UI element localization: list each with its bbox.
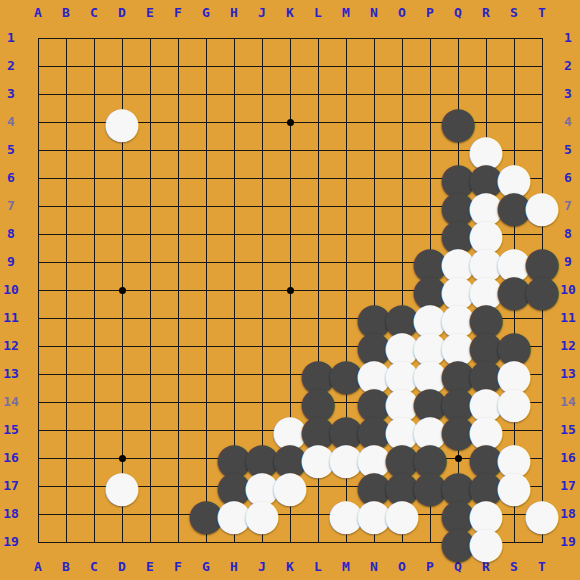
intersection-J3[interactable] — [248, 80, 276, 108]
intersection-H17[interactable]: ● — [220, 472, 248, 500]
intersection-S19[interactable] — [500, 528, 528, 556]
intersection-F13[interactable] — [164, 360, 192, 388]
intersection-G5[interactable] — [192, 136, 220, 164]
intersection-T12[interactable] — [528, 332, 556, 360]
intersection-H18[interactable]: ● — [220, 500, 248, 528]
intersection-F2[interactable] — [164, 52, 192, 80]
intersection-P11[interactable]: ● — [416, 304, 444, 332]
intersection-O5[interactable] — [388, 136, 416, 164]
intersection-C14[interactable] — [80, 388, 108, 416]
intersection-H5[interactable] — [220, 136, 248, 164]
intersection-M17[interactable] — [332, 472, 360, 500]
intersection-C8[interactable] — [80, 220, 108, 248]
intersection-B3[interactable] — [52, 80, 80, 108]
intersection-J12[interactable] — [248, 332, 276, 360]
intersection-R7[interactable]: ● — [472, 192, 500, 220]
intersection-O11[interactable]: ● — [388, 304, 416, 332]
intersection-P3[interactable] — [416, 80, 444, 108]
intersection-K12[interactable] — [276, 332, 304, 360]
intersection-A1[interactable] — [24, 24, 52, 52]
intersection-F5[interactable] — [164, 136, 192, 164]
intersection-L2[interactable] — [304, 52, 332, 80]
intersection-N19[interactable] — [360, 528, 388, 556]
intersection-A7[interactable] — [24, 192, 52, 220]
intersection-T18[interactable]: ● — [528, 500, 556, 528]
intersection-A15[interactable] — [24, 416, 52, 444]
intersection-N5[interactable] — [360, 136, 388, 164]
intersection-R16[interactable]: ● — [472, 444, 500, 472]
intersection-J6[interactable] — [248, 164, 276, 192]
intersection-J7[interactable] — [248, 192, 276, 220]
intersection-R19[interactable]: ● — [472, 528, 500, 556]
intersection-O16[interactable]: ● — [388, 444, 416, 472]
intersection-C16[interactable] — [80, 444, 108, 472]
intersection-N18[interactable]: ● — [360, 500, 388, 528]
intersection-S10[interactable]: ● — [500, 276, 528, 304]
intersection-L13[interactable]: ● — [304, 360, 332, 388]
intersection-D13[interactable] — [108, 360, 136, 388]
intersection-E6[interactable] — [136, 164, 164, 192]
intersection-Q6[interactable]: ● — [444, 164, 472, 192]
intersection-T11[interactable] — [528, 304, 556, 332]
intersection-H3[interactable] — [220, 80, 248, 108]
intersection-O9[interactable] — [388, 248, 416, 276]
intersection-J14[interactable] — [248, 388, 276, 416]
intersection-C15[interactable] — [80, 416, 108, 444]
intersection-M7[interactable] — [332, 192, 360, 220]
intersection-F14[interactable] — [164, 388, 192, 416]
intersection-G2[interactable] — [192, 52, 220, 80]
intersection-E14[interactable] — [136, 388, 164, 416]
intersection-F1[interactable] — [164, 24, 192, 52]
intersection-E8[interactable] — [136, 220, 164, 248]
intersection-M5[interactable] — [332, 136, 360, 164]
intersection-S14[interactable]: ● — [500, 388, 528, 416]
intersection-R13[interactable]: ● — [472, 360, 500, 388]
intersection-S8[interactable] — [500, 220, 528, 248]
intersection-N17[interactable]: ● — [360, 472, 388, 500]
intersection-J16[interactable]: ● — [248, 444, 276, 472]
intersection-T16[interactable] — [528, 444, 556, 472]
intersection-D15[interactable] — [108, 416, 136, 444]
intersection-K14[interactable] — [276, 388, 304, 416]
intersection-L16[interactable]: ● — [304, 444, 332, 472]
intersection-G7[interactable] — [192, 192, 220, 220]
intersection-D12[interactable] — [108, 332, 136, 360]
intersection-N16[interactable]: ● — [360, 444, 388, 472]
intersection-T4[interactable] — [528, 108, 556, 136]
intersection-J9[interactable] — [248, 248, 276, 276]
intersection-B18[interactable] — [52, 500, 80, 528]
intersection-O17[interactable]: ● — [388, 472, 416, 500]
intersection-Q12[interactable]: ● — [444, 332, 472, 360]
intersection-O6[interactable] — [388, 164, 416, 192]
intersection-H11[interactable] — [220, 304, 248, 332]
intersection-L1[interactable] — [304, 24, 332, 52]
intersection-T5[interactable] — [528, 136, 556, 164]
intersection-G1[interactable] — [192, 24, 220, 52]
intersection-B15[interactable] — [52, 416, 80, 444]
intersection-B17[interactable] — [52, 472, 80, 500]
intersection-M19[interactable] — [332, 528, 360, 556]
intersection-K4[interactable] — [276, 108, 304, 136]
intersection-M8[interactable] — [332, 220, 360, 248]
intersection-R15[interactable]: ● — [472, 416, 500, 444]
intersection-S16[interactable]: ● — [500, 444, 528, 472]
intersection-L8[interactable] — [304, 220, 332, 248]
intersection-P2[interactable] — [416, 52, 444, 80]
intersection-A3[interactable] — [24, 80, 52, 108]
intersection-L10[interactable] — [304, 276, 332, 304]
intersection-E18[interactable] — [136, 500, 164, 528]
intersection-T13[interactable] — [528, 360, 556, 388]
intersection-K1[interactable] — [276, 24, 304, 52]
intersection-C19[interactable] — [80, 528, 108, 556]
intersection-O2[interactable] — [388, 52, 416, 80]
intersection-L6[interactable] — [304, 164, 332, 192]
intersection-P5[interactable] — [416, 136, 444, 164]
intersection-N15[interactable]: ● — [360, 416, 388, 444]
intersection-N1[interactable] — [360, 24, 388, 52]
intersection-O14[interactable]: ● — [388, 388, 416, 416]
intersection-B8[interactable] — [52, 220, 80, 248]
intersection-F3[interactable] — [164, 80, 192, 108]
intersection-N4[interactable] — [360, 108, 388, 136]
intersection-G11[interactable] — [192, 304, 220, 332]
intersection-Q5[interactable] — [444, 136, 472, 164]
intersection-A4[interactable] — [24, 108, 52, 136]
intersection-O7[interactable] — [388, 192, 416, 220]
intersection-T17[interactable] — [528, 472, 556, 500]
intersection-G12[interactable] — [192, 332, 220, 360]
intersection-L17[interactable] — [304, 472, 332, 500]
intersection-S17[interactable]: ● — [500, 472, 528, 500]
intersection-G15[interactable] — [192, 416, 220, 444]
intersection-D9[interactable] — [108, 248, 136, 276]
intersection-F4[interactable] — [164, 108, 192, 136]
intersection-P10[interactable]: ● — [416, 276, 444, 304]
intersection-A18[interactable] — [24, 500, 52, 528]
intersection-J18[interactable]: ● — [248, 500, 276, 528]
intersection-T2[interactable] — [528, 52, 556, 80]
intersection-G10[interactable] — [192, 276, 220, 304]
intersection-S7[interactable]: ● — [500, 192, 528, 220]
intersection-H6[interactable] — [220, 164, 248, 192]
intersection-L15[interactable]: ● — [304, 416, 332, 444]
intersection-P6[interactable] — [416, 164, 444, 192]
intersection-A8[interactable] — [24, 220, 52, 248]
intersection-S13[interactable]: ● — [500, 360, 528, 388]
intersection-E2[interactable] — [136, 52, 164, 80]
intersection-K2[interactable] — [276, 52, 304, 80]
intersection-K7[interactable] — [276, 192, 304, 220]
intersection-E12[interactable] — [136, 332, 164, 360]
intersection-N2[interactable] — [360, 52, 388, 80]
intersection-D4[interactable]: ● — [108, 108, 136, 136]
intersection-B9[interactable] — [52, 248, 80, 276]
intersection-A9[interactable] — [24, 248, 52, 276]
intersection-M16[interactable]: ● — [332, 444, 360, 472]
intersection-J2[interactable] — [248, 52, 276, 80]
intersection-A2[interactable] — [24, 52, 52, 80]
intersection-S3[interactable] — [500, 80, 528, 108]
intersection-J8[interactable] — [248, 220, 276, 248]
intersection-R8[interactable]: ● — [472, 220, 500, 248]
intersection-A12[interactable] — [24, 332, 52, 360]
intersection-R10[interactable]: ● — [472, 276, 500, 304]
intersection-D10[interactable] — [108, 276, 136, 304]
intersection-Q3[interactable] — [444, 80, 472, 108]
intersection-T7[interactable]: ● — [528, 192, 556, 220]
intersection-F6[interactable] — [164, 164, 192, 192]
intersection-L18[interactable] — [304, 500, 332, 528]
intersection-C2[interactable] — [80, 52, 108, 80]
intersection-F16[interactable] — [164, 444, 192, 472]
intersection-Q10[interactable]: ● — [444, 276, 472, 304]
intersection-F8[interactable] — [164, 220, 192, 248]
intersection-H16[interactable]: ● — [220, 444, 248, 472]
intersection-O12[interactable]: ● — [388, 332, 416, 360]
intersection-E9[interactable] — [136, 248, 164, 276]
intersection-A14[interactable] — [24, 388, 52, 416]
intersection-H13[interactable] — [220, 360, 248, 388]
intersection-O15[interactable]: ● — [388, 416, 416, 444]
intersection-C12[interactable] — [80, 332, 108, 360]
intersection-H4[interactable] — [220, 108, 248, 136]
intersection-P8[interactable] — [416, 220, 444, 248]
intersection-N13[interactable]: ● — [360, 360, 388, 388]
intersection-D18[interactable] — [108, 500, 136, 528]
intersection-F18[interactable] — [164, 500, 192, 528]
intersection-R1[interactable] — [472, 24, 500, 52]
intersection-N12[interactable]: ● — [360, 332, 388, 360]
intersection-P18[interactable] — [416, 500, 444, 528]
intersection-K13[interactable] — [276, 360, 304, 388]
intersection-O1[interactable] — [388, 24, 416, 52]
intersection-R4[interactable] — [472, 108, 500, 136]
intersection-G19[interactable] — [192, 528, 220, 556]
intersection-P12[interactable]: ● — [416, 332, 444, 360]
intersection-N6[interactable] — [360, 164, 388, 192]
intersection-A19[interactable] — [24, 528, 52, 556]
intersection-E11[interactable] — [136, 304, 164, 332]
intersection-N10[interactable] — [360, 276, 388, 304]
intersection-C17[interactable] — [80, 472, 108, 500]
intersection-A16[interactable] — [24, 444, 52, 472]
intersection-E13[interactable] — [136, 360, 164, 388]
intersection-C1[interactable] — [80, 24, 108, 52]
intersection-O19[interactable] — [388, 528, 416, 556]
intersection-B13[interactable] — [52, 360, 80, 388]
intersection-D1[interactable] — [108, 24, 136, 52]
intersection-S9[interactable]: ● — [500, 248, 528, 276]
intersection-F9[interactable] — [164, 248, 192, 276]
intersection-M12[interactable] — [332, 332, 360, 360]
intersection-D3[interactable] — [108, 80, 136, 108]
intersection-Q19[interactable]: ● — [444, 528, 472, 556]
intersection-E7[interactable] — [136, 192, 164, 220]
intersection-L19[interactable] — [304, 528, 332, 556]
intersection-D5[interactable] — [108, 136, 136, 164]
intersection-C11[interactable] — [80, 304, 108, 332]
intersection-R3[interactable] — [472, 80, 500, 108]
intersection-N14[interactable]: ● — [360, 388, 388, 416]
intersection-K9[interactable] — [276, 248, 304, 276]
intersection-C9[interactable] — [80, 248, 108, 276]
intersection-G14[interactable] — [192, 388, 220, 416]
intersection-J10[interactable] — [248, 276, 276, 304]
intersection-Q13[interactable]: ● — [444, 360, 472, 388]
intersection-M10[interactable] — [332, 276, 360, 304]
intersection-R18[interactable]: ● — [472, 500, 500, 528]
intersection-B5[interactable] — [52, 136, 80, 164]
intersection-H8[interactable] — [220, 220, 248, 248]
intersection-F17[interactable] — [164, 472, 192, 500]
intersection-H14[interactable] — [220, 388, 248, 416]
intersection-B10[interactable] — [52, 276, 80, 304]
intersection-M3[interactable] — [332, 80, 360, 108]
intersection-G17[interactable] — [192, 472, 220, 500]
intersection-Q8[interactable]: ● — [444, 220, 472, 248]
intersection-C3[interactable] — [80, 80, 108, 108]
intersection-E5[interactable] — [136, 136, 164, 164]
intersection-B11[interactable] — [52, 304, 80, 332]
intersection-O4[interactable] — [388, 108, 416, 136]
intersection-P9[interactable]: ● — [416, 248, 444, 276]
intersection-E17[interactable] — [136, 472, 164, 500]
intersection-Q17[interactable]: ● — [444, 472, 472, 500]
intersection-H2[interactable] — [220, 52, 248, 80]
intersection-S18[interactable] — [500, 500, 528, 528]
intersection-A10[interactable] — [24, 276, 52, 304]
intersection-M6[interactable] — [332, 164, 360, 192]
intersection-F19[interactable] — [164, 528, 192, 556]
intersection-T8[interactable] — [528, 220, 556, 248]
intersection-L5[interactable] — [304, 136, 332, 164]
intersection-F15[interactable] — [164, 416, 192, 444]
intersection-T9[interactable]: ● — [528, 248, 556, 276]
intersection-O10[interactable] — [388, 276, 416, 304]
intersection-D2[interactable] — [108, 52, 136, 80]
intersection-G8[interactable] — [192, 220, 220, 248]
intersection-T15[interactable] — [528, 416, 556, 444]
intersection-P13[interactable]: ● — [416, 360, 444, 388]
intersection-H7[interactable] — [220, 192, 248, 220]
intersection-H12[interactable] — [220, 332, 248, 360]
intersection-B2[interactable] — [52, 52, 80, 80]
intersection-S6[interactable]: ● — [500, 164, 528, 192]
intersection-K10[interactable] — [276, 276, 304, 304]
intersection-J15[interactable] — [248, 416, 276, 444]
intersection-C13[interactable] — [80, 360, 108, 388]
intersection-G9[interactable] — [192, 248, 220, 276]
intersection-E10[interactable] — [136, 276, 164, 304]
intersection-M11[interactable] — [332, 304, 360, 332]
intersection-D17[interactable]: ● — [108, 472, 136, 500]
intersection-P4[interactable] — [416, 108, 444, 136]
intersection-A5[interactable] — [24, 136, 52, 164]
intersection-Q11[interactable]: ● — [444, 304, 472, 332]
intersection-T3[interactable] — [528, 80, 556, 108]
intersection-N8[interactable] — [360, 220, 388, 248]
intersection-S1[interactable] — [500, 24, 528, 52]
intersection-P15[interactable]: ● — [416, 416, 444, 444]
intersection-T19[interactable] — [528, 528, 556, 556]
intersection-M14[interactable] — [332, 388, 360, 416]
intersection-G6[interactable] — [192, 164, 220, 192]
intersection-E4[interactable] — [136, 108, 164, 136]
intersection-E3[interactable] — [136, 80, 164, 108]
intersection-T14[interactable] — [528, 388, 556, 416]
intersection-B16[interactable] — [52, 444, 80, 472]
intersection-R11[interactable]: ● — [472, 304, 500, 332]
intersection-N11[interactable]: ● — [360, 304, 388, 332]
intersection-J17[interactable]: ● — [248, 472, 276, 500]
intersection-O3[interactable] — [388, 80, 416, 108]
intersection-J4[interactable] — [248, 108, 276, 136]
intersection-Q7[interactable]: ● — [444, 192, 472, 220]
intersection-C4[interactable] — [80, 108, 108, 136]
intersection-D7[interactable] — [108, 192, 136, 220]
intersection-B19[interactable] — [52, 528, 80, 556]
intersection-K11[interactable] — [276, 304, 304, 332]
intersection-K17[interactable]: ● — [276, 472, 304, 500]
intersection-J1[interactable] — [248, 24, 276, 52]
intersection-C5[interactable] — [80, 136, 108, 164]
intersection-K8[interactable] — [276, 220, 304, 248]
intersection-M18[interactable]: ● — [332, 500, 360, 528]
intersection-G13[interactable] — [192, 360, 220, 388]
intersection-O13[interactable]: ● — [388, 360, 416, 388]
intersection-C7[interactable] — [80, 192, 108, 220]
intersection-E16[interactable] — [136, 444, 164, 472]
intersection-E15[interactable] — [136, 416, 164, 444]
intersection-K5[interactable] — [276, 136, 304, 164]
intersection-G16[interactable] — [192, 444, 220, 472]
intersection-D6[interactable] — [108, 164, 136, 192]
intersection-B1[interactable] — [52, 24, 80, 52]
intersection-F11[interactable] — [164, 304, 192, 332]
intersection-R6[interactable]: ● — [472, 164, 500, 192]
intersection-Q16[interactable] — [444, 444, 472, 472]
intersection-F12[interactable] — [164, 332, 192, 360]
intersection-P16[interactable]: ● — [416, 444, 444, 472]
intersection-N9[interactable] — [360, 248, 388, 276]
intersection-N3[interactable] — [360, 80, 388, 108]
intersection-C18[interactable] — [80, 500, 108, 528]
intersection-H10[interactable] — [220, 276, 248, 304]
intersection-L12[interactable] — [304, 332, 332, 360]
intersection-P17[interactable]: ● — [416, 472, 444, 500]
intersection-T1[interactable] — [528, 24, 556, 52]
intersection-L3[interactable] — [304, 80, 332, 108]
intersection-K18[interactable] — [276, 500, 304, 528]
intersection-S4[interactable] — [500, 108, 528, 136]
intersection-B7[interactable] — [52, 192, 80, 220]
intersection-R12[interactable]: ● — [472, 332, 500, 360]
intersection-Q2[interactable] — [444, 52, 472, 80]
intersection-K3[interactable] — [276, 80, 304, 108]
intersection-O8[interactable] — [388, 220, 416, 248]
intersection-P7[interactable] — [416, 192, 444, 220]
intersection-B4[interactable] — [52, 108, 80, 136]
intersection-J11[interactable] — [248, 304, 276, 332]
intersection-K15[interactable]: ● — [276, 416, 304, 444]
intersection-Q18[interactable]: ● — [444, 500, 472, 528]
intersection-Q15[interactable]: ● — [444, 416, 472, 444]
intersection-D14[interactable] — [108, 388, 136, 416]
intersection-Q14[interactable]: ● — [444, 388, 472, 416]
